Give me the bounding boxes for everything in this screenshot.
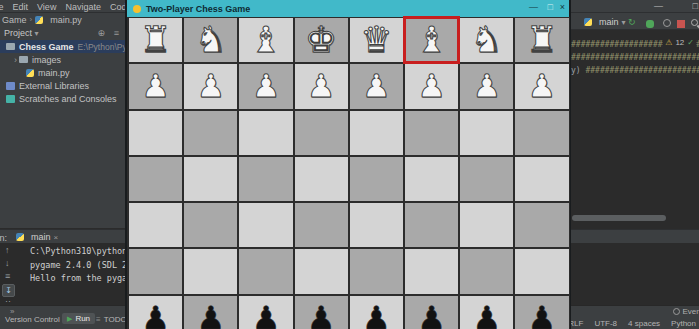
menu-edit[interactable]: Edit bbox=[13, 2, 29, 12]
folder-icon bbox=[19, 56, 28, 63]
chevron-down-icon: ▾ bbox=[622, 18, 626, 27]
square-r5c7[interactable] bbox=[515, 249, 568, 293]
square-r4c2[interactable] bbox=[239, 203, 292, 247]
square-r6c6[interactable]: ♟ bbox=[460, 296, 513, 329]
square-r2c4[interactable] bbox=[350, 111, 403, 155]
square-r3c0[interactable] bbox=[129, 157, 182, 201]
piece-wN: ♞ bbox=[184, 18, 237, 62]
stop-icon[interactable] bbox=[677, 20, 685, 28]
rerun-icon[interactable]: ↻ bbox=[628, 17, 636, 27]
square-r0c5[interactable]: ♝ bbox=[405, 18, 458, 62]
square-r0c1[interactable]: ♞ bbox=[184, 18, 237, 62]
scratches-icon bbox=[6, 95, 15, 103]
square-r5c1[interactable] bbox=[184, 249, 237, 293]
python-icon bbox=[35, 16, 43, 24]
chess-window-title: Two-Player Chess Game bbox=[146, 4, 250, 14]
python-icon bbox=[26, 69, 34, 77]
piece-wK: ♚ bbox=[295, 18, 348, 62]
folder-icon bbox=[6, 43, 15, 50]
tree-item-images[interactable]: › images bbox=[0, 53, 125, 66]
square-r6c3[interactable]: ♟ bbox=[295, 296, 348, 329]
square-r5c5[interactable] bbox=[405, 249, 458, 293]
square-r0c2[interactable]: ♝ bbox=[239, 18, 292, 62]
project-panel-header: Project ▾ ⊕ ≡ bbox=[0, 26, 125, 40]
piece-wR: ♜ bbox=[515, 18, 568, 62]
soft-wrap-icon[interactable]: ≡ bbox=[5, 271, 10, 281]
pygame-icon bbox=[133, 5, 141, 13]
tree-item-scratches[interactable]: Scratches and Consoles bbox=[0, 92, 125, 105]
maximize-icon[interactable]: □ bbox=[548, 2, 553, 12]
menu-navigate[interactable]: Navigate bbox=[65, 2, 101, 12]
square-r4c3[interactable] bbox=[295, 203, 348, 247]
piece-wP: ♟ bbox=[405, 64, 458, 108]
tree-item-label: External Libraries bbox=[19, 81, 89, 91]
status-interpreter[interactable]: Python bbox=[671, 319, 696, 328]
python-icon bbox=[16, 233, 24, 241]
debug-icon[interactable] bbox=[646, 20, 654, 28]
square-r2c3[interactable] bbox=[295, 111, 348, 155]
square-r1c7[interactable]: ♟ bbox=[515, 64, 568, 108]
close-icon[interactable]: × bbox=[54, 233, 59, 242]
square-r3c6[interactable] bbox=[460, 157, 513, 201]
project-panel-title[interactable]: Project ▾ bbox=[4, 28, 39, 38]
piece-bP: ♟ bbox=[129, 296, 182, 329]
square-r4c0[interactable] bbox=[129, 203, 182, 247]
run-toolwindow-title: Run: bbox=[0, 233, 7, 243]
main-toolbar: main ▾ ↻ bbox=[570, 13, 699, 30]
square-r6c4[interactable]: ♟ bbox=[350, 296, 403, 329]
square-r0c0[interactable]: ♜ bbox=[129, 18, 182, 62]
square-r1c6[interactable]: ♟ bbox=[460, 64, 513, 108]
editor-line[interactable]: y) ############################## bbox=[571, 66, 699, 75]
warning-icon: ⚠ bbox=[665, 38, 672, 47]
piece-wP: ♟ bbox=[515, 64, 568, 108]
event-log-button[interactable]: Event bbox=[673, 307, 699, 316]
breadcrumb: Game › main.py bbox=[2, 13, 82, 26]
square-r2c2[interactable] bbox=[239, 111, 292, 155]
square-r2c6[interactable] bbox=[460, 111, 513, 155]
square-r5c6[interactable] bbox=[460, 249, 513, 293]
square-r1c4[interactable]: ♟ bbox=[350, 64, 403, 108]
minimize-icon[interactable]: — bbox=[529, 2, 538, 12]
menu-file[interactable]: File bbox=[0, 2, 4, 12]
run-tab-main[interactable]: main × bbox=[16, 232, 58, 242]
tree-item-project-root[interactable]: Chess Game E:\Python\PycharmProje bbox=[0, 40, 125, 53]
tree-item-path: E:\Python\PycharmProje bbox=[78, 42, 125, 52]
menu-view[interactable]: View bbox=[37, 2, 56, 12]
chevron-right-icon[interactable]: › bbox=[14, 55, 17, 65]
editor-horizontal-scrollbar[interactable] bbox=[572, 215, 666, 221]
run-config-selector[interactable]: main ▾ bbox=[584, 17, 626, 27]
piece-bP: ♟ bbox=[350, 296, 403, 329]
piece-wP: ♟ bbox=[295, 64, 348, 108]
square-r5c0[interactable] bbox=[129, 249, 182, 293]
chess-window-titlebar[interactable]: Two-Player Chess Game — □ × bbox=[127, 0, 569, 17]
square-r5c3[interactable] bbox=[295, 249, 348, 293]
console-line[interactable]: Hello from the pygame bbox=[30, 273, 137, 283]
piece-wB: ♝ bbox=[405, 18, 458, 62]
chess-game-window: Two-Player Chess Game — □ × ♜♞♝♚♛♝♞♜♟♟♟♟… bbox=[125, 0, 571, 329]
square-r3c7[interactable] bbox=[515, 157, 568, 201]
piece-wR: ♜ bbox=[129, 18, 182, 62]
tree-item-label: images bbox=[32, 55, 61, 65]
toolwindow-version-control[interactable]: Version Control bbox=[5, 315, 60, 324]
breadcrumb-separator-icon: › bbox=[30, 15, 33, 24]
tree-item-label: main.py bbox=[38, 68, 70, 78]
tree-item-main-py[interactable]: main.py bbox=[0, 66, 125, 79]
square-r4c5[interactable] bbox=[405, 203, 458, 247]
play-icon: ▶ bbox=[67, 315, 72, 323]
square-r0c4[interactable]: ♛ bbox=[350, 18, 403, 62]
square-r6c7[interactable]: ♟ bbox=[515, 296, 568, 329]
piece-wN: ♞ bbox=[460, 18, 513, 62]
square-r0c7[interactable]: ♜ bbox=[515, 18, 568, 62]
square-r2c1[interactable] bbox=[184, 111, 237, 155]
ide-maximize-icon[interactable]: □ bbox=[693, 1, 698, 11]
status-encoding[interactable]: UTF-8 bbox=[594, 319, 617, 328]
tree-item-label: Scratches and Consoles bbox=[19, 94, 117, 104]
piece-bP: ♟ bbox=[295, 296, 348, 329]
piece-bP: ♟ bbox=[515, 296, 568, 329]
libraries-icon bbox=[6, 82, 15, 90]
piece-bP: ♟ bbox=[460, 296, 513, 329]
square-r1c1[interactable]: ♟ bbox=[184, 64, 237, 108]
options-icon[interactable]: ≡ bbox=[114, 28, 119, 38]
piece-bP: ♟ bbox=[184, 296, 237, 329]
square-r3c2[interactable] bbox=[239, 157, 292, 201]
ide-minimize-icon[interactable]: — bbox=[654, 1, 663, 11]
scroll-down-icon[interactable]: ↓ bbox=[5, 258, 10, 268]
breadcrumb-file[interactable]: main.py bbox=[50, 15, 82, 25]
piece-wP: ♟ bbox=[184, 64, 237, 108]
square-r3c1[interactable] bbox=[184, 157, 237, 201]
python-icon bbox=[584, 18, 592, 26]
chevron-down-icon: ▾ bbox=[35, 29, 39, 38]
piece-bP: ♟ bbox=[239, 296, 292, 329]
toolwindow-run[interactable]: ▶ Run bbox=[62, 313, 95, 324]
square-r2c5[interactable] bbox=[405, 111, 458, 155]
piece-wP: ♟ bbox=[239, 64, 292, 108]
square-r3c3[interactable] bbox=[295, 157, 348, 201]
piece-wP: ♟ bbox=[350, 64, 403, 108]
square-r4c4[interactable] bbox=[350, 203, 403, 247]
square-r6c0[interactable]: ♟ bbox=[129, 296, 182, 329]
square-r0c3[interactable]: ♚ bbox=[295, 18, 348, 62]
square-r1c5[interactable]: ♟ bbox=[405, 64, 458, 108]
tree-item-label: Chess Game bbox=[19, 42, 74, 52]
status-indent[interactable]: 4 spaces bbox=[628, 319, 660, 328]
square-r1c2[interactable]: ♟ bbox=[239, 64, 292, 108]
piece-wP: ♟ bbox=[129, 64, 182, 108]
chess-board: ♜♞♝♚♛♝♞♜♟♟♟♟♟♟♟♟♟♟♟♟♟♟♟♟ bbox=[128, 17, 570, 329]
inspection-widget[interactable]: ⚠ 12 ✓ bbox=[663, 38, 696, 47]
event-icon bbox=[673, 308, 680, 315]
square-r4c6[interactable] bbox=[460, 203, 513, 247]
square-r6c5[interactable]: ♟ bbox=[405, 296, 458, 329]
search-icon[interactable] bbox=[691, 19, 698, 26]
square-r1c0[interactable]: ♟ bbox=[129, 64, 182, 108]
piece-wB: ♝ bbox=[239, 18, 292, 62]
rerun-icon[interactable]: ↑ bbox=[5, 245, 10, 255]
square-r3c4[interactable] bbox=[350, 157, 403, 201]
toolwindow-todo[interactable]: ≡ TODO bbox=[96, 315, 127, 324]
square-r3c5[interactable] bbox=[405, 157, 458, 201]
project-panel: Game › main.py Project ▾ ⊕ ≡ Chess Game … bbox=[0, 13, 125, 228]
breadcrumb-project[interactable]: Game bbox=[2, 15, 27, 25]
square-r6c1[interactable]: ♟ bbox=[184, 296, 237, 329]
warning-count: 12 bbox=[675, 38, 684, 47]
square-r4c7[interactable] bbox=[515, 203, 568, 247]
locate-icon[interactable]: ⊕ bbox=[97, 28, 105, 38]
piece-bP: ♟ bbox=[405, 296, 458, 329]
editor-line[interactable]: ################################## bbox=[571, 53, 699, 62]
square-r0c6[interactable]: ♞ bbox=[460, 18, 513, 62]
square-r6c2[interactable]: ♟ bbox=[239, 296, 292, 329]
square-r4c1[interactable] bbox=[184, 203, 237, 247]
close-icon[interactable]: × bbox=[560, 2, 565, 12]
square-r2c7[interactable] bbox=[515, 111, 568, 155]
piece-wP: ♟ bbox=[460, 64, 513, 108]
square-r5c2[interactable] bbox=[239, 249, 292, 293]
square-r1c3[interactable]: ♟ bbox=[295, 64, 348, 108]
square-r5c4[interactable] bbox=[350, 249, 403, 293]
profiler-icon[interactable] bbox=[663, 19, 671, 27]
tree-item-external-libraries[interactable]: External Libraries bbox=[0, 79, 125, 92]
check-icon: ✓ bbox=[687, 38, 694, 47]
piece-wQ: ♛ bbox=[350, 18, 403, 62]
todo-icon: ≡ bbox=[96, 315, 101, 324]
square-r2c0[interactable] bbox=[129, 111, 182, 155]
